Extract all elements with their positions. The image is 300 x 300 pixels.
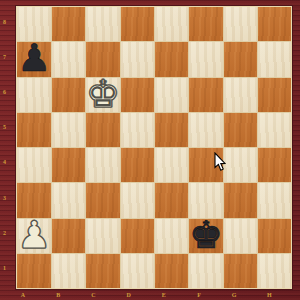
- square-h7[interactable]: [258, 42, 291, 76]
- square-c5[interactable]: [86, 113, 120, 147]
- square-d2[interactable]: [121, 219, 154, 253]
- square-f8[interactable]: [189, 7, 223, 41]
- square-g5[interactable]: [224, 113, 257, 147]
- square-e1[interactable]: [155, 254, 188, 288]
- square-h2[interactable]: [258, 219, 291, 253]
- square-d4[interactable]: [121, 148, 154, 182]
- square-b7[interactable]: [52, 42, 85, 76]
- square-c1[interactable]: [86, 254, 120, 288]
- square-h8[interactable]: [258, 7, 291, 41]
- square-f2[interactable]: ♚: [189, 219, 223, 253]
- square-a7[interactable]: ♟: [17, 42, 51, 76]
- square-d6[interactable]: [121, 78, 154, 112]
- square-c4[interactable]: [86, 148, 120, 182]
- square-e2[interactable]: [155, 219, 188, 253]
- square-c8[interactable]: [86, 7, 120, 41]
- square-g3[interactable]: [224, 183, 257, 217]
- square-d8[interactable]: [121, 7, 154, 41]
- square-a1[interactable]: [17, 254, 51, 288]
- square-b3[interactable]: [52, 183, 85, 217]
- square-h6[interactable]: [258, 78, 291, 112]
- square-d3[interactable]: [121, 183, 154, 217]
- square-g4[interactable]: [224, 148, 257, 182]
- square-a5[interactable]: [17, 113, 51, 147]
- square-d7[interactable]: [121, 42, 154, 76]
- square-a4[interactable]: [17, 148, 51, 182]
- square-a2[interactable]: ♟: [17, 219, 51, 253]
- square-a6[interactable]: [17, 78, 51, 112]
- square-b4[interactable]: [52, 148, 85, 182]
- square-e3[interactable]: [155, 183, 188, 217]
- square-f1[interactable]: [189, 254, 223, 288]
- square-d1[interactable]: [121, 254, 154, 288]
- square-e5[interactable]: [155, 113, 188, 147]
- square-f7[interactable]: [189, 42, 223, 76]
- square-g7[interactable]: [224, 42, 257, 76]
- square-e8[interactable]: [155, 7, 188, 41]
- square-b5[interactable]: [52, 113, 85, 147]
- square-g8[interactable]: [224, 7, 257, 41]
- square-b8[interactable]: [52, 7, 85, 41]
- square-c2[interactable]: [86, 219, 120, 253]
- square-g6[interactable]: [224, 78, 257, 112]
- square-b1[interactable]: [52, 254, 85, 288]
- square-e4[interactable]: [155, 148, 188, 182]
- square-h4[interactable]: [258, 148, 291, 182]
- square-c3[interactable]: [86, 183, 120, 217]
- black-king[interactable]: ♚: [189, 218, 223, 252]
- mouse-cursor: [213, 152, 226, 172]
- square-f5[interactable]: [189, 113, 223, 147]
- square-b6[interactable]: [52, 78, 85, 112]
- square-b2[interactable]: [52, 219, 85, 253]
- square-h1[interactable]: [258, 254, 291, 288]
- white-king[interactable]: ♚: [86, 77, 120, 111]
- chessboard: ♟♚♟♚: [16, 6, 292, 289]
- white-pawn[interactable]: ♟: [17, 218, 51, 252]
- black-pawn[interactable]: ♟: [17, 41, 51, 75]
- square-h5[interactable]: [258, 113, 291, 147]
- square-g2[interactable]: [224, 219, 257, 253]
- square-c6[interactable]: ♚: [86, 78, 120, 112]
- square-e7[interactable]: [155, 42, 188, 76]
- chess-app: ♟♚♟♚ 87654321 ABCDEFGH: [0, 0, 300, 300]
- square-f6[interactable]: [189, 78, 223, 112]
- square-g1[interactable]: [224, 254, 257, 288]
- square-e6[interactable]: [155, 78, 188, 112]
- square-h3[interactable]: [258, 183, 291, 217]
- square-d5[interactable]: [121, 113, 154, 147]
